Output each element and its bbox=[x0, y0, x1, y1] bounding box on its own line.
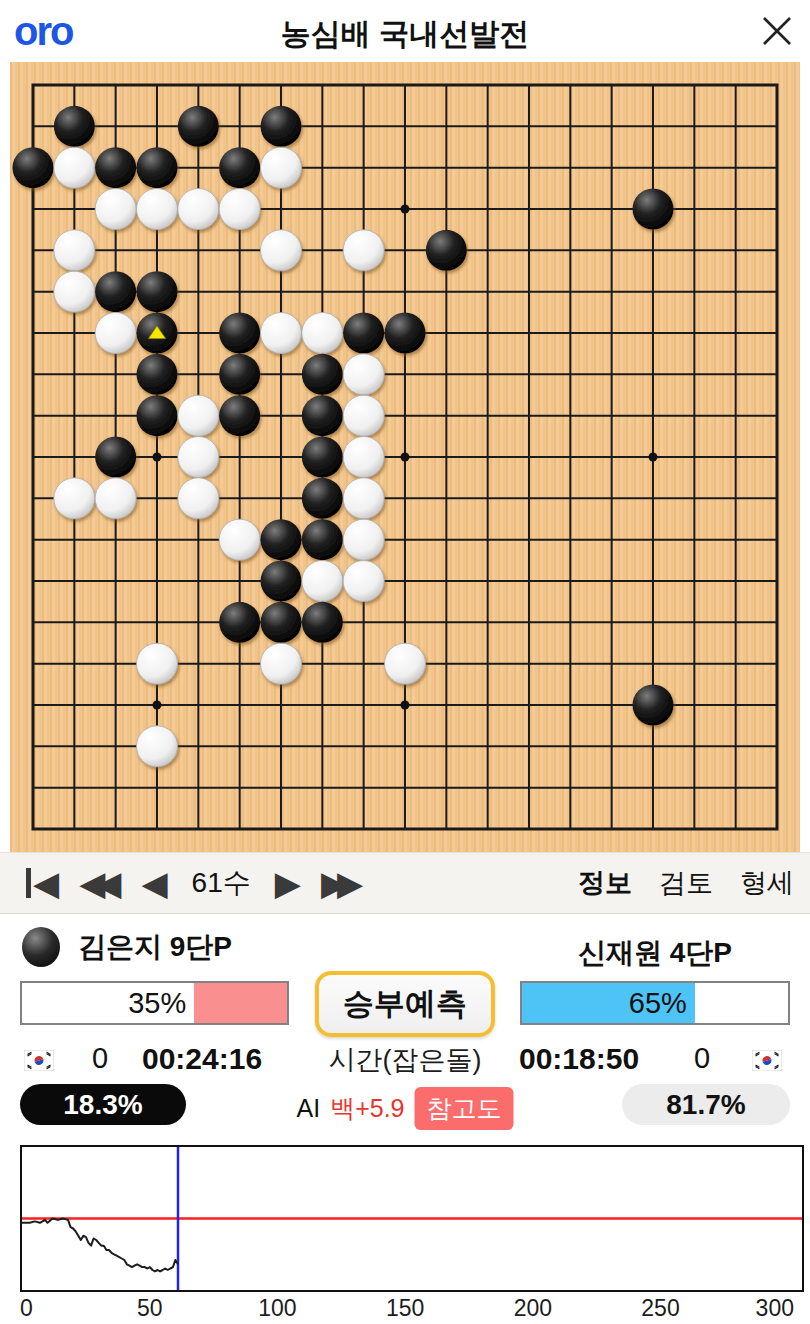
black-player-name: 김은지 9단P bbox=[78, 928, 232, 966]
black-flag bbox=[24, 1045, 54, 1078]
go-board[interactable] bbox=[10, 62, 800, 852]
ai-label: AI bbox=[297, 1094, 321, 1123]
black-stone bbox=[178, 106, 219, 147]
black-stone bbox=[633, 189, 674, 230]
white-stone bbox=[178, 395, 219, 436]
black-stone bbox=[219, 147, 260, 188]
white-stone bbox=[137, 726, 178, 767]
black-stone bbox=[261, 561, 302, 602]
white-stone bbox=[219, 519, 260, 560]
white-stone bbox=[54, 478, 95, 519]
black-winrate-label: 35% bbox=[128, 983, 194, 1023]
black-stone-icon bbox=[22, 927, 60, 967]
black-stone bbox=[302, 602, 343, 643]
black-stone bbox=[95, 437, 136, 478]
white-player-name: 신재원 4단P bbox=[578, 937, 732, 968]
black-time: 00:24:16 bbox=[142, 1042, 262, 1076]
white-stone bbox=[54, 147, 95, 188]
black-stone bbox=[219, 354, 260, 395]
back-arrow-icon: ◀ bbox=[141, 866, 167, 900]
player-panel: 김은지 9단P 신재원 4단P 35% 승부예측 65% bbox=[0, 914, 810, 1140]
korea-flag-icon bbox=[752, 1050, 782, 1071]
black-stone bbox=[137, 271, 178, 312]
white-stone bbox=[343, 561, 384, 602]
black-stone bbox=[54, 106, 95, 147]
step-back-button[interactable]: ◀ bbox=[141, 866, 167, 900]
x-tick-label: 300 bbox=[756, 1295, 794, 1322]
white-stone bbox=[178, 478, 219, 519]
white-stone bbox=[302, 313, 343, 354]
black-stone bbox=[302, 354, 343, 395]
black-stone bbox=[219, 395, 260, 436]
x-tick-label: 200 bbox=[514, 1295, 552, 1322]
white-stone bbox=[343, 354, 384, 395]
winrate-graph-section: 050100150200250300 bbox=[0, 1140, 810, 1324]
winrate-graph[interactable] bbox=[20, 1145, 804, 1292]
black-stone bbox=[343, 313, 384, 354]
black-player-row: 김은지 9단P bbox=[22, 927, 232, 967]
app-root: oro 농심배 국내선발전 ◀ ◀◀ ◀ 61수 ▶ ▶▶ 정보 검토 형세 bbox=[0, 0, 810, 1324]
white-stone bbox=[261, 230, 302, 271]
step-forward-button[interactable]: ▶ bbox=[275, 866, 301, 900]
white-stone bbox=[95, 313, 136, 354]
black-stone bbox=[95, 147, 136, 188]
board-section bbox=[0, 62, 810, 852]
white-stone bbox=[137, 643, 178, 684]
tab-info[interactable]: 정보 bbox=[578, 865, 632, 901]
x-tick-label: 50 bbox=[137, 1295, 163, 1322]
close-button[interactable] bbox=[758, 12, 796, 50]
black-captures: 0 bbox=[92, 1042, 108, 1075]
star-point bbox=[153, 701, 162, 710]
black-winrate-fill bbox=[194, 983, 287, 1023]
black-ai-winrate-pill: 18.3% bbox=[20, 1084, 186, 1125]
white-stone bbox=[343, 395, 384, 436]
x-tick-label: 250 bbox=[641, 1295, 679, 1322]
white-stone bbox=[302, 561, 343, 602]
page-title: 농심배 국내선발전 bbox=[0, 14, 810, 55]
black-stone bbox=[137, 354, 178, 395]
rewind-button[interactable]: ◀◀ bbox=[79, 866, 121, 900]
white-stone bbox=[343, 478, 384, 519]
white-player-row: 신재원 4단P bbox=[520, 934, 790, 972]
forward-arrow-icon: ▶ bbox=[275, 866, 301, 900]
star-point bbox=[153, 453, 162, 462]
graph-x-axis: 050100150200250300 bbox=[0, 1295, 810, 1321]
white-stone bbox=[54, 271, 95, 312]
white-stone bbox=[219, 189, 260, 230]
double-back-arrow-icon: ◀◀ bbox=[79, 866, 121, 900]
white-stone bbox=[343, 230, 384, 271]
x-tick-label: 150 bbox=[386, 1295, 424, 1322]
reference-diagram-button[interactable]: 참고도 bbox=[414, 1087, 513, 1130]
white-stone bbox=[178, 189, 219, 230]
prediction-button[interactable]: 승부예측 bbox=[315, 971, 495, 1037]
time-captures-label: 시간(잡은돌) bbox=[329, 1042, 482, 1078]
nav-group: ◀ ◀◀ ◀ 61수 ▶ ▶▶ bbox=[0, 864, 363, 902]
black-stone bbox=[137, 395, 178, 436]
black-winrate-bar: 35% bbox=[20, 981, 289, 1025]
start-bar-icon bbox=[26, 868, 31, 898]
tab-review[interactable]: 검토 bbox=[659, 865, 713, 901]
header-bar: oro 농심배 국내선발전 bbox=[0, 0, 810, 62]
ai-score-row: AI 백+5.9 참고도 bbox=[297, 1087, 514, 1130]
ai-score-value: 백+5.9 bbox=[330, 1092, 404, 1125]
white-winrate-label: 65% bbox=[522, 983, 695, 1023]
back-arrow-icon: ◀ bbox=[33, 866, 59, 900]
black-stone bbox=[261, 106, 302, 147]
x-tick-label: 0 bbox=[20, 1295, 33, 1322]
black-stone bbox=[219, 602, 260, 643]
black-stone bbox=[137, 147, 178, 188]
black-stone bbox=[302, 395, 343, 436]
black-stone bbox=[426, 230, 467, 271]
white-stone bbox=[95, 189, 136, 230]
black-stone bbox=[633, 685, 674, 726]
star-point bbox=[401, 701, 410, 710]
x-tick-label: 100 bbox=[258, 1295, 296, 1322]
star-point bbox=[649, 453, 658, 462]
move-counter: 61수 bbox=[188, 864, 255, 902]
white-stone bbox=[343, 519, 384, 560]
white-stone bbox=[95, 478, 136, 519]
white-stone bbox=[54, 230, 95, 271]
white-flag bbox=[752, 1045, 782, 1078]
white-stone bbox=[343, 437, 384, 478]
close-icon bbox=[758, 12, 796, 50]
korea-flag-icon bbox=[24, 1050, 54, 1071]
black-stone bbox=[261, 519, 302, 560]
black-stone bbox=[385, 313, 426, 354]
black-stone bbox=[95, 271, 136, 312]
white-stone bbox=[385, 643, 426, 684]
winrate-curve bbox=[22, 1219, 178, 1272]
white-ai-winrate-pill: 81.7% bbox=[622, 1084, 790, 1125]
black-stone bbox=[261, 602, 302, 643]
black-stone bbox=[302, 519, 343, 560]
fast-forward-button[interactable]: ▶▶ bbox=[321, 866, 363, 900]
white-stone bbox=[178, 437, 219, 478]
white-stone bbox=[261, 643, 302, 684]
skip-to-start-button[interactable]: ◀ bbox=[26, 866, 59, 900]
white-stone bbox=[261, 147, 302, 188]
black-stone bbox=[13, 147, 54, 188]
black-stone bbox=[302, 437, 343, 478]
controls-bar: ◀ ◀◀ ◀ 61수 ▶ ▶▶ 정보 검토 형세 bbox=[0, 852, 810, 914]
menu-group: 정보 검토 형세 bbox=[578, 865, 810, 901]
tab-analysis[interactable]: 형세 bbox=[740, 865, 794, 901]
white-stone bbox=[137, 189, 178, 230]
white-captures: 0 bbox=[694, 1042, 710, 1075]
white-winrate-bar: 65% bbox=[520, 981, 790, 1025]
white-time: 00:18:50 bbox=[519, 1042, 639, 1076]
black-stone bbox=[219, 313, 260, 354]
star-point bbox=[401, 205, 410, 214]
white-stone bbox=[261, 313, 302, 354]
star-point bbox=[401, 453, 410, 462]
double-forward-arrow-icon: ▶▶ bbox=[321, 866, 363, 900]
black-stone bbox=[302, 478, 343, 519]
